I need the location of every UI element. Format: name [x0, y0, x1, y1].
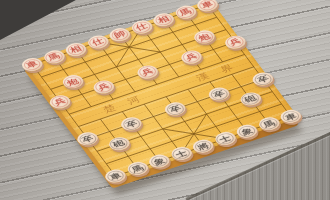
- piece-character: 兵: [53, 97, 68, 107]
- piece-character: 車: [200, 0, 215, 10]
- piece-character: 兵: [140, 67, 155, 77]
- piece-character: 將: [196, 142, 211, 152]
- piece-character: 兵: [184, 52, 199, 62]
- piece-character: 兵: [228, 37, 243, 47]
- piece-character: 砲: [243, 94, 258, 104]
- piece-character: 仕: [91, 37, 106, 47]
- piece-character: 帥: [112, 30, 127, 40]
- piece-character: 炮: [65, 77, 80, 87]
- piece-character: 卒: [168, 104, 183, 114]
- piece-character: 士: [174, 149, 189, 159]
- piece-character: 相: [156, 15, 171, 25]
- piece-character: 兵: [96, 82, 111, 92]
- piece-character: 炮: [197, 32, 212, 42]
- piece-character: 馬: [178, 8, 193, 18]
- piece-character: 卒: [212, 89, 227, 99]
- piece-character: 卒: [256, 74, 271, 84]
- piece-character: 仕: [134, 22, 149, 32]
- piece-character: 卒: [80, 134, 95, 144]
- piece-character: 象: [240, 127, 255, 137]
- photo-stage: 楚 河 漢 界 車馬相仕帥仕相馬車炮炮兵兵兵兵兵卒卒卒卒卒砲砲車馬象士將士象馬車: [0, 0, 330, 200]
- piece-character: 馬: [262, 119, 277, 129]
- piece-character: 車: [108, 171, 123, 181]
- piece-character: 砲: [112, 139, 127, 149]
- piece-character: 象: [152, 156, 167, 166]
- piece-character: 馬: [47, 52, 62, 62]
- piece-character: 士: [218, 134, 233, 144]
- piece-character: 相: [69, 45, 84, 55]
- piece-character: 馬: [130, 164, 145, 174]
- piece-character: 車: [25, 60, 40, 70]
- piece-character: 車: [283, 112, 298, 122]
- piece-character: 卒: [124, 119, 139, 129]
